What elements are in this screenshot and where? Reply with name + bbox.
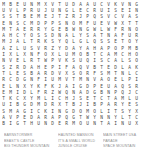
- grid-cell[interactable]: A: [105, 121, 112, 127]
- grid-cell[interactable]: U: [35, 121, 42, 127]
- grid-cell[interactable]: B: [0, 121, 7, 127]
- word-list: BARNSTORMERHAUNTED MANSIONMAIN STREET US…: [0, 132, 150, 149]
- grid-cell[interactable]: T: [98, 121, 105, 127]
- grid-cell[interactable]: I: [112, 121, 119, 127]
- grid-cell[interactable]: G: [14, 121, 21, 127]
- grid-cell[interactable]: M: [70, 121, 77, 127]
- grid-cell[interactable]: I: [7, 121, 14, 127]
- word-search-grid: MBEUNMXVTUDAAUCVKVNGUVLPRUJUNGLECRUISEIN…: [0, 1, 140, 127]
- grid-cell[interactable]: D: [49, 121, 56, 127]
- grid-cell[interactable]: O: [77, 121, 84, 127]
- grid-cell[interactable]: R: [63, 121, 70, 127]
- word-list-item: BIG THUNDER MOUNTAIN: [4, 143, 58, 149]
- grid-area: MBEUNMXVTUDAAUCVKVNGUVLPRUJUNGLECRUISEIN…: [0, 1, 140, 127]
- grid-cell[interactable]: N: [119, 121, 126, 127]
- grid-cell[interactable]: U: [126, 121, 133, 127]
- word-list-area: BARNSTORMERHAUNTED MANSIONMAIN STREET US…: [0, 132, 150, 149]
- word-list-item: JUNGLE CRUISE: [58, 143, 103, 149]
- grid-cell[interactable]: X: [133, 121, 140, 127]
- grid-cell[interactable]: U: [84, 121, 91, 127]
- grid-cell[interactable]: E: [56, 121, 63, 127]
- word-search-page: MBEUNMXVTUDAAUCVKVNGUVLPRUJUNGLECRUISEIN…: [0, 0, 150, 150]
- grid-cell[interactable]: H: [28, 121, 35, 127]
- grid-cell[interactable]: N: [42, 121, 49, 127]
- grid-cell[interactable]: T: [21, 121, 28, 127]
- word-list-item: SPACE MOUNTAIN: [103, 143, 150, 149]
- grid-cell[interactable]: N: [91, 121, 98, 127]
